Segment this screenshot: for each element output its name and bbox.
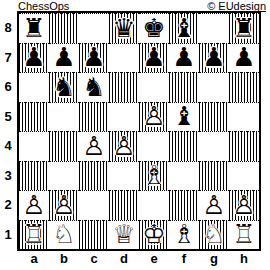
square-a5[interactable] (19, 102, 49, 132)
square-g7[interactable]: ♟ (199, 43, 229, 73)
square-a2[interactable]: ♟♙ (19, 190, 49, 220)
white-rook-icon: ♜♖ (22, 220, 45, 249)
square-b8[interactable] (49, 13, 79, 43)
square-a4[interactable] (19, 131, 49, 161)
square-b6[interactable]: ♞ (49, 72, 79, 102)
square-b3[interactable] (49, 161, 79, 191)
square-a3[interactable] (19, 161, 49, 191)
square-c7[interactable]: ♟ (79, 43, 109, 73)
square-c1[interactable] (79, 220, 109, 250)
square-e4[interactable] (139, 131, 169, 161)
chess-board[interactable]: ♜♛♚♝♜♟♟♟♟♟♟♟♞♞♟♙♝♟♙♟♙♝♗♟♙♟♙♟♙♟♙♜♖♞♘♛♕♚♔♝… (17, 11, 261, 251)
square-f7[interactable]: ♟ (169, 43, 199, 73)
square-b5[interactable] (49, 102, 79, 132)
chessops-window: ChessOps © EUdesign 87654321 ♜♛♚♝♜♟♟♟♟♟♟… (0, 0, 270, 270)
white-pawn-icon: ♟♙ (22, 191, 45, 220)
square-c8[interactable] (79, 13, 109, 43)
black-pawn-icon: ♟ (202, 43, 225, 72)
black-rook-icon: ♜ (232, 14, 255, 43)
square-c5[interactable] (79, 102, 109, 132)
white-pawn-icon: ♟♙ (232, 191, 255, 220)
square-e8[interactable]: ♚ (139, 13, 169, 43)
file-label-g: g (199, 251, 229, 267)
square-b2[interactable]: ♟♙ (49, 190, 79, 220)
white-king-icon: ♚♔ (142, 220, 165, 249)
square-c6[interactable]: ♞ (79, 72, 109, 102)
square-a7[interactable]: ♟ (19, 43, 49, 73)
square-f8[interactable]: ♝ (169, 13, 199, 43)
square-e6[interactable] (139, 72, 169, 102)
square-d6[interactable] (109, 72, 139, 102)
rank-label-6: 6 (0, 72, 16, 102)
file-label-d: d (109, 251, 139, 267)
white-bishop-icon: ♝♗ (172, 220, 195, 249)
black-knight-icon: ♞ (82, 73, 105, 102)
square-h8[interactable]: ♜ (229, 13, 259, 43)
square-d2[interactable] (109, 190, 139, 220)
black-king-icon: ♚ (142, 14, 165, 43)
black-pawn-icon: ♟ (172, 43, 195, 72)
rank-label-2: 2 (0, 190, 16, 220)
file-label-e: e (139, 251, 169, 267)
rank-label-7: 7 (0, 43, 16, 73)
black-pawn-icon: ♟ (82, 43, 105, 72)
square-e5[interactable]: ♟♙ (139, 102, 169, 132)
file-label-f: f (169, 251, 199, 267)
black-knight-icon: ♞ (52, 73, 75, 102)
square-a6[interactable] (19, 72, 49, 102)
white-pawn-icon: ♟♙ (82, 132, 105, 161)
square-f6[interactable] (169, 72, 199, 102)
white-rook-icon: ♜♖ (232, 220, 255, 249)
square-c2[interactable] (79, 190, 109, 220)
white-pawn-icon: ♟♙ (202, 191, 225, 220)
white-knight-icon: ♞♘ (202, 220, 225, 249)
square-h2[interactable]: ♟♙ (229, 190, 259, 220)
square-d4[interactable]: ♟♙ (109, 131, 139, 161)
square-c3[interactable] (79, 161, 109, 191)
square-h1[interactable]: ♜♖ (229, 220, 259, 250)
file-label-a: a (19, 251, 49, 267)
square-h3[interactable] (229, 161, 259, 191)
square-d8[interactable]: ♛ (109, 13, 139, 43)
square-f1[interactable]: ♝♗ (169, 220, 199, 250)
square-h5[interactable] (229, 102, 259, 132)
rank-labels: 87654321 (0, 13, 16, 249)
black-pawn-icon: ♟ (22, 43, 45, 72)
square-d7[interactable] (109, 43, 139, 73)
square-g6[interactable] (199, 72, 229, 102)
white-bishop-icon: ♝♗ (142, 161, 165, 190)
square-g1[interactable]: ♞♘ (199, 220, 229, 250)
square-a8[interactable]: ♜ (19, 13, 49, 43)
white-pawn-icon: ♟♙ (142, 102, 165, 131)
rank-label-8: 8 (0, 13, 16, 43)
black-queen-icon: ♛ (112, 14, 135, 43)
rank-label-4: 4 (0, 131, 16, 161)
black-rook-icon: ♜ (22, 14, 45, 43)
square-h6[interactable] (229, 72, 259, 102)
square-f2[interactable] (169, 190, 199, 220)
white-queen-icon: ♛♕ (112, 220, 135, 249)
file-label-b: b (49, 251, 79, 267)
black-pawn-icon: ♟ (232, 43, 255, 72)
square-g3[interactable] (199, 161, 229, 191)
white-pawn-icon: ♟♙ (112, 132, 135, 161)
black-bishop-icon: ♝ (172, 14, 195, 43)
square-d5[interactable] (109, 102, 139, 132)
square-g2[interactable]: ♟♙ (199, 190, 229, 220)
square-f5[interactable]: ♝ (169, 102, 199, 132)
rank-label-5: 5 (0, 102, 16, 132)
square-h4[interactable] (229, 131, 259, 161)
square-e7[interactable]: ♟ (139, 43, 169, 73)
black-pawn-icon: ♟ (52, 43, 75, 72)
file-labels: abcdefgh (19, 251, 259, 267)
black-bishop-icon: ♝ (172, 102, 195, 131)
square-b7[interactable]: ♟ (49, 43, 79, 73)
black-pawn-icon: ♟ (142, 43, 165, 72)
file-label-c: c (79, 251, 109, 267)
rank-label-1: 1 (0, 220, 16, 250)
square-g8[interactable] (199, 13, 229, 43)
white-knight-icon: ♞♘ (52, 220, 75, 249)
square-d1[interactable]: ♛♕ (109, 220, 139, 250)
white-pawn-icon: ♟♙ (52, 191, 75, 220)
square-e1[interactable]: ♚♔ (139, 220, 169, 250)
rank-label-3: 3 (0, 161, 16, 191)
square-c4[interactable]: ♟♙ (79, 131, 109, 161)
square-e3[interactable]: ♝♗ (139, 161, 169, 191)
square-e2[interactable] (139, 190, 169, 220)
square-b1[interactable]: ♞♘ (49, 220, 79, 250)
file-label-h: h (229, 251, 259, 267)
square-a1[interactable]: ♜♖ (19, 220, 49, 250)
square-f3[interactable] (169, 161, 199, 191)
square-g5[interactable] (199, 102, 229, 132)
square-g4[interactable] (199, 131, 229, 161)
square-f4[interactable] (169, 131, 199, 161)
square-h7[interactable]: ♟ (229, 43, 259, 73)
square-d3[interactable] (109, 161, 139, 191)
square-b4[interactable] (49, 131, 79, 161)
